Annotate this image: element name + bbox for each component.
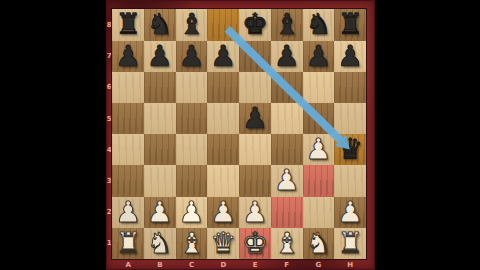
piece-black-bishop[interactable]: ♝: [179, 10, 205, 39]
square-c2[interactable]: ♟: [176, 197, 208, 228]
square-c4[interactable]: [176, 134, 208, 165]
square-h2[interactable]: ♟: [334, 197, 366, 228]
piece-black-rook[interactable]: ♜: [115, 10, 141, 39]
square-e5[interactable]: ♟: [239, 103, 271, 134]
file-label-c: C: [176, 259, 208, 270]
board-frame: 87654321 ABCDEFGH ♜♞♝♚♝♞♜♟♟♟♟♟♟♟♟♟♛♟♟♟♟♟…: [106, 0, 375, 270]
file-label-g: G: [303, 259, 335, 270]
square-c5[interactable]: [176, 103, 208, 134]
square-d6[interactable]: [207, 72, 239, 103]
square-e7[interactable]: [239, 41, 271, 72]
square-a7[interactable]: ♟: [112, 41, 144, 72]
piece-white-king[interactable]: ♚: [242, 229, 268, 258]
piece-white-pawn[interactable]: ♟: [147, 198, 173, 227]
square-b1[interactable]: ♞: [144, 228, 176, 259]
board-grid: ♜♞♝♚♝♞♜♟♟♟♟♟♟♟♟♟♛♟♟♟♟♟♟♟♜♞♝♛♚♝♞♜: [112, 9, 366, 259]
square-b5[interactable]: [144, 103, 176, 134]
piece-black-pawn[interactable]: ♟: [274, 42, 300, 71]
piece-white-pawn[interactable]: ♟: [305, 135, 331, 164]
square-b7[interactable]: ♟: [144, 41, 176, 72]
square-g7[interactable]: ♟: [303, 41, 335, 72]
screenshot-root: 87654321 ABCDEFGH ♜♞♝♚♝♞♜♟♟♟♟♟♟♟♟♟♛♟♟♟♟♟…: [0, 0, 480, 270]
square-c7[interactable]: ♟: [176, 41, 208, 72]
square-d5[interactable]: [207, 103, 239, 134]
piece-white-queen[interactable]: ♛: [210, 229, 236, 258]
square-c1[interactable]: ♝: [176, 228, 208, 259]
piece-white-pawn[interactable]: ♟: [274, 166, 300, 195]
square-b6[interactable]: [144, 72, 176, 103]
file-label-b: B: [144, 259, 176, 270]
square-g3[interactable]: [303, 165, 335, 196]
square-a4[interactable]: [112, 134, 144, 165]
square-c6[interactable]: [176, 72, 208, 103]
square-e2[interactable]: ♟: [239, 197, 271, 228]
square-h3[interactable]: [334, 165, 366, 196]
piece-white-knight[interactable]: ♞: [305, 229, 331, 258]
square-g5[interactable]: [303, 103, 335, 134]
square-h8[interactable]: ♜: [334, 9, 366, 40]
square-a2[interactable]: ♟: [112, 197, 144, 228]
square-a8[interactable]: ♜: [112, 9, 144, 40]
piece-black-pawn[interactable]: ♟: [179, 42, 205, 71]
piece-white-knight[interactable]: ♞: [147, 229, 173, 258]
square-f1[interactable]: ♝: [271, 228, 303, 259]
square-e3[interactable]: [239, 165, 271, 196]
square-e4[interactable]: [239, 134, 271, 165]
piece-white-pawn[interactable]: ♟: [115, 198, 141, 227]
square-f2[interactable]: [271, 197, 303, 228]
piece-black-queen[interactable]: ♛: [337, 135, 363, 164]
piece-white-rook[interactable]: ♜: [115, 229, 141, 258]
square-a6[interactable]: [112, 72, 144, 103]
piece-black-pawn[interactable]: ♟: [337, 42, 363, 71]
piece-black-king[interactable]: ♚: [242, 10, 268, 39]
square-c8[interactable]: ♝: [176, 9, 208, 40]
file-label-d: D: [207, 259, 239, 270]
piece-black-knight[interactable]: ♞: [305, 10, 331, 39]
piece-black-rook[interactable]: ♜: [337, 10, 363, 39]
piece-white-pawn[interactable]: ♟: [337, 198, 363, 227]
square-d1[interactable]: ♛: [207, 228, 239, 259]
piece-white-rook[interactable]: ♜: [337, 229, 363, 258]
piece-white-pawn[interactable]: ♟: [179, 198, 205, 227]
square-a5[interactable]: [112, 103, 144, 134]
square-g8[interactable]: ♞: [303, 9, 335, 40]
square-f3[interactable]: ♟: [271, 165, 303, 196]
square-a3[interactable]: [112, 165, 144, 196]
square-b2[interactable]: ♟: [144, 197, 176, 228]
square-e1[interactable]: ♚: [239, 228, 271, 259]
piece-black-pawn[interactable]: ♟: [242, 104, 268, 133]
square-d7[interactable]: ♟: [207, 41, 239, 72]
square-h4[interactable]: ♛: [334, 134, 366, 165]
file-label-f: F: [271, 259, 303, 270]
square-d4[interactable]: [207, 134, 239, 165]
piece-black-pawn[interactable]: ♟: [305, 42, 331, 71]
square-d3[interactable]: [207, 165, 239, 196]
file-label-a: A: [112, 259, 144, 270]
file-labels: ABCDEFGH: [112, 259, 366, 270]
square-b4[interactable]: [144, 134, 176, 165]
square-g2[interactable]: [303, 197, 335, 228]
square-f8[interactable]: ♝: [271, 9, 303, 40]
square-a1[interactable]: ♜: [112, 228, 144, 259]
square-f4[interactable]: [271, 134, 303, 165]
square-e6[interactable]: [239, 72, 271, 103]
square-h5[interactable]: [334, 103, 366, 134]
square-c3[interactable]: [176, 165, 208, 196]
square-f7[interactable]: ♟: [271, 41, 303, 72]
square-b3[interactable]: [144, 165, 176, 196]
square-e8[interactable]: ♚: [239, 9, 271, 40]
square-d8[interactable]: [207, 9, 239, 40]
square-h1[interactable]: ♜: [334, 228, 366, 259]
piece-white-bishop[interactable]: ♝: [179, 229, 205, 258]
square-f5[interactable]: [271, 103, 303, 134]
square-g1[interactable]: ♞: [303, 228, 335, 259]
square-f6[interactable]: [271, 72, 303, 103]
file-label-h: H: [334, 259, 366, 270]
piece-black-knight[interactable]: ♞: [147, 10, 173, 39]
piece-white-pawn[interactable]: ♟: [210, 198, 236, 227]
piece-black-bishop[interactable]: ♝: [274, 10, 300, 39]
square-h6[interactable]: [334, 72, 366, 103]
piece-black-pawn[interactable]: ♟: [115, 42, 141, 71]
square-g6[interactable]: [303, 72, 335, 103]
square-d2[interactable]: ♟: [207, 197, 239, 228]
file-label-e: E: [239, 259, 271, 270]
square-g4[interactable]: ♟: [303, 134, 335, 165]
square-h7[interactable]: ♟: [334, 41, 366, 72]
piece-black-pawn[interactable]: ♟: [147, 42, 173, 71]
piece-white-pawn[interactable]: ♟: [242, 198, 268, 227]
piece-white-bishop[interactable]: ♝: [274, 229, 300, 258]
square-b8[interactable]: ♞: [144, 9, 176, 40]
piece-black-pawn[interactable]: ♟: [210, 42, 236, 71]
